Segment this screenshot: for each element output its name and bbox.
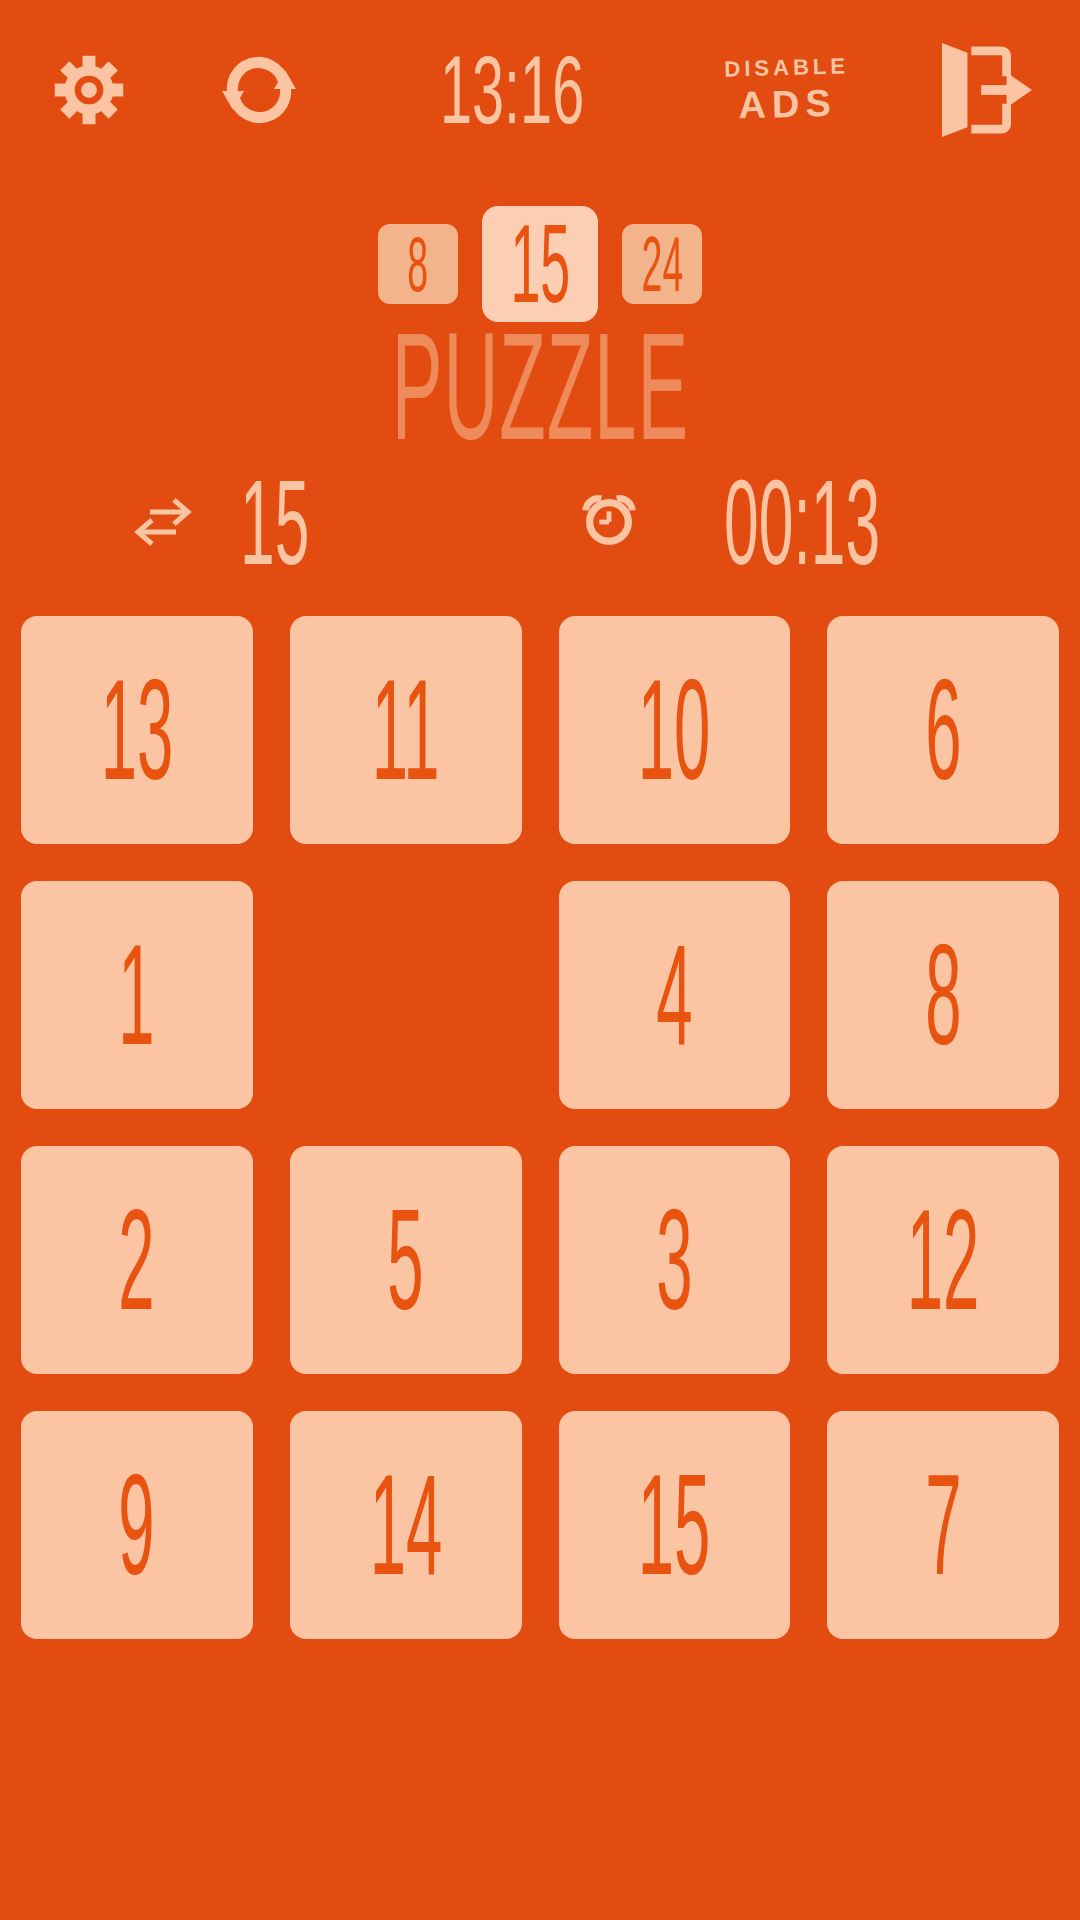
tile-9[interactable]: 9: [21, 1411, 253, 1639]
tile-11[interactable]: 11: [290, 616, 522, 844]
stats-row: 15 00:13: [0, 462, 1080, 582]
tile-3[interactable]: 3: [559, 1146, 791, 1374]
moves-swap-arrows-icon: [128, 494, 208, 550]
mode-24-badge[interactable]: 24: [622, 224, 702, 304]
tile-5[interactable]: 5: [290, 1146, 522, 1374]
mode-8-badge[interactable]: 8: [378, 224, 458, 304]
tile-1[interactable]: 1: [21, 881, 253, 1109]
restart-button[interactable]: [219, 50, 299, 130]
tile-6[interactable]: 6: [827, 616, 1059, 844]
tile-13[interactable]: 13: [21, 616, 253, 844]
empty-slot: [290, 881, 522, 1109]
disable-ads-line2: ADS: [724, 81, 850, 127]
clock-time: 13:16: [392, 42, 632, 138]
refresh-icon: [219, 50, 299, 130]
tile-4[interactable]: 4: [559, 881, 791, 1109]
moves-value: 15: [240, 462, 309, 582]
tile-14[interactable]: 14: [290, 1411, 522, 1639]
timer-value: 00:13: [724, 462, 880, 582]
tile-7[interactable]: 7: [827, 1411, 1059, 1639]
exit-button[interactable]: [942, 40, 1034, 140]
exit-door-icon: [942, 40, 1034, 140]
page-title: PUZZLE: [0, 310, 1080, 462]
timer: 00:13: [580, 462, 952, 582]
moves-counter: 15: [128, 462, 341, 582]
gear-icon: [52, 53, 126, 127]
top-bar: 13:16 DISABLE ADS: [0, 0, 1080, 142]
disable-ads-line1: DISABLE: [724, 53, 849, 82]
alarm-clock-icon: [580, 493, 652, 551]
disable-ads-button[interactable]: DISABLE ADS: [724, 53, 850, 127]
tile-12[interactable]: 12: [827, 1146, 1059, 1374]
tile-15[interactable]: 15: [559, 1411, 791, 1639]
tile-10[interactable]: 10: [559, 616, 791, 844]
puzzle-board: 13 11 10 6 1 4 8 2 5 3 12 9 14 15 7: [0, 616, 1080, 1639]
settings-button[interactable]: [52, 53, 126, 127]
tile-8[interactable]: 8: [827, 881, 1059, 1109]
tile-2[interactable]: 2: [21, 1146, 253, 1374]
